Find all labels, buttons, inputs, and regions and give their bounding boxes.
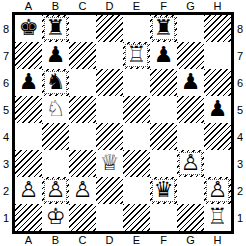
square-a3[interactable]	[15, 150, 42, 177]
square-b7[interactable]: ♟	[42, 42, 69, 69]
square-b4[interactable]	[42, 123, 69, 150]
square-h3[interactable]	[204, 150, 231, 177]
square-g6[interactable]: ♟	[177, 69, 204, 96]
rank-label: 7	[0, 42, 12, 69]
white-pawn-g3[interactable]: ♙	[179, 152, 202, 175]
square-d5[interactable]	[96, 96, 123, 123]
square-a1[interactable]	[15, 204, 42, 231]
file-label: F	[150, 234, 177, 246]
file-label: H	[204, 0, 231, 12]
rank-label: 5	[234, 96, 246, 123]
white-knight-b5[interactable]: ♘	[44, 98, 67, 121]
square-h7[interactable]	[204, 42, 231, 69]
square-b1[interactable]: ♔	[42, 204, 69, 231]
square-a8[interactable]: ♚	[15, 15, 42, 42]
file-labels-top: ABCDEFGH	[12, 0, 234, 12]
file-label: B	[42, 0, 69, 12]
black-pawn-h5[interactable]: ♟	[206, 98, 229, 121]
square-e4[interactable]	[123, 123, 150, 150]
black-pawn-b7[interactable]: ♟	[44, 44, 67, 67]
piece-glyph: ♕	[100, 152, 120, 174]
square-g3[interactable]: ♙	[177, 150, 204, 177]
square-c6[interactable]	[69, 69, 96, 96]
black-knight-b6[interactable]: ♞	[44, 71, 67, 94]
file-label: D	[96, 0, 123, 12]
square-e3[interactable]	[123, 150, 150, 177]
file-label: C	[69, 0, 96, 12]
white-pawn-c2[interactable]: ♙	[71, 179, 94, 202]
rank-label: 8	[234, 15, 246, 42]
black-queen-f2[interactable]: ♛	[152, 179, 175, 202]
square-e5[interactable]	[123, 96, 150, 123]
white-rook-h1[interactable]: ♖	[206, 206, 229, 229]
piece-glyph: ♘	[46, 98, 66, 120]
square-d4[interactable]	[96, 123, 123, 150]
piece-glyph: ♖	[208, 206, 228, 228]
square-h5[interactable]: ♟	[204, 96, 231, 123]
square-g7[interactable]	[177, 42, 204, 69]
piece-glyph: ♛	[154, 179, 174, 201]
chess-board: ♚♜♜♟♖♟♟♞♟♘♟♕♙♙♙♙♛♙♔♖	[12, 12, 234, 234]
square-c7[interactable]	[69, 42, 96, 69]
piece-glyph: ♜	[154, 17, 174, 39]
rank-label: 1	[0, 204, 12, 231]
rank-label: 2	[0, 177, 12, 204]
square-h6[interactable]	[204, 69, 231, 96]
square-d7[interactable]	[96, 42, 123, 69]
square-b3[interactable]	[42, 150, 69, 177]
square-f4[interactable]	[150, 123, 177, 150]
black-rook-b8[interactable]: ♜	[44, 17, 67, 40]
black-king-a8[interactable]: ♚	[17, 17, 40, 40]
piece-glyph: ♙	[46, 179, 66, 201]
square-c3[interactable]	[69, 150, 96, 177]
square-d8[interactable]	[96, 15, 123, 42]
square-c2[interactable]: ♙	[69, 177, 96, 204]
file-label: A	[15, 0, 42, 12]
square-e6[interactable]	[123, 69, 150, 96]
white-queen-d3[interactable]: ♕	[98, 152, 121, 175]
rank-label: 3	[234, 150, 246, 177]
square-e8[interactable]	[123, 15, 150, 42]
square-c1[interactable]	[69, 204, 96, 231]
square-a7[interactable]	[15, 42, 42, 69]
square-f3[interactable]	[150, 150, 177, 177]
square-c5[interactable]	[69, 96, 96, 123]
square-e7[interactable]: ♖	[123, 42, 150, 69]
rank-label: 7	[234, 42, 246, 69]
black-pawn-f7[interactable]: ♟	[152, 44, 175, 67]
square-a2[interactable]: ♙	[15, 177, 42, 204]
square-b5[interactable]: ♘	[42, 96, 69, 123]
square-d6[interactable]	[96, 69, 123, 96]
piece-glyph: ♟	[181, 71, 201, 93]
square-g5[interactable]	[177, 96, 204, 123]
piece-glyph: ♙	[73, 179, 93, 201]
square-f8[interactable]: ♜	[150, 15, 177, 42]
rank-labels-right: 87654321	[234, 12, 246, 234]
piece-glyph: ♙	[181, 152, 201, 174]
piece-glyph: ♟	[19, 71, 39, 93]
file-label: C	[69, 234, 96, 246]
square-g4[interactable]	[177, 123, 204, 150]
piece-glyph: ♙	[208, 179, 228, 201]
square-c4[interactable]	[69, 123, 96, 150]
rank-label: 5	[0, 96, 12, 123]
file-label: E	[123, 234, 150, 246]
square-b8[interactable]: ♜	[42, 15, 69, 42]
rank-label: 4	[0, 123, 12, 150]
square-d2[interactable]	[96, 177, 123, 204]
square-d1[interactable]	[96, 204, 123, 231]
square-e1[interactable]	[123, 204, 150, 231]
piece-glyph: ♟	[154, 44, 174, 66]
square-a6[interactable]: ♟	[15, 69, 42, 96]
piece-glyph: ♞	[46, 71, 66, 93]
white-pawn-a2[interactable]: ♙	[17, 179, 40, 202]
black-pawn-a6[interactable]: ♟	[17, 71, 40, 94]
square-b6[interactable]: ♞	[42, 69, 69, 96]
square-e2[interactable]	[123, 177, 150, 204]
file-label: B	[42, 234, 69, 246]
rank-label: 6	[234, 69, 246, 96]
white-king-b1[interactable]: ♔	[44, 206, 67, 229]
square-g8[interactable]	[177, 15, 204, 42]
piece-glyph: ♟	[208, 98, 228, 120]
file-label: F	[150, 0, 177, 12]
piece-glyph: ♖	[127, 44, 147, 66]
piece-glyph: ♜	[46, 17, 66, 39]
file-label: H	[204, 234, 231, 246]
white-pawn-b2[interactable]: ♙	[44, 179, 67, 202]
square-c8[interactable]	[69, 15, 96, 42]
square-h1[interactable]: ♖	[204, 204, 231, 231]
white-pawn-h2[interactable]: ♙	[206, 179, 229, 202]
rank-label: 8	[0, 15, 12, 42]
rank-label: 4	[234, 123, 246, 150]
black-pawn-g6[interactable]: ♟	[179, 71, 202, 94]
rank-label: 3	[0, 150, 12, 177]
square-a5[interactable]	[15, 96, 42, 123]
file-label: A	[15, 234, 42, 246]
rank-labels-left: 87654321	[0, 12, 12, 234]
square-f1[interactable]	[150, 204, 177, 231]
square-g1[interactable]	[177, 204, 204, 231]
rank-label: 6	[0, 69, 12, 96]
file-label: G	[177, 0, 204, 12]
piece-glyph: ♟	[46, 44, 66, 66]
file-label: G	[177, 234, 204, 246]
square-h4[interactable]	[204, 123, 231, 150]
square-a4[interactable]	[15, 123, 42, 150]
file-label: D	[96, 234, 123, 246]
square-d3[interactable]: ♕	[96, 150, 123, 177]
square-h2[interactable]: ♙	[204, 177, 231, 204]
rank-label: 1	[234, 204, 246, 231]
square-f6[interactable]	[150, 69, 177, 96]
square-b2[interactable]: ♙	[42, 177, 69, 204]
square-h8[interactable]	[204, 15, 231, 42]
piece-glyph: ♙	[19, 179, 39, 201]
white-rook-e7[interactable]: ♖	[125, 44, 148, 67]
square-f7[interactable]: ♟	[150, 42, 177, 69]
piece-glyph: ♔	[46, 206, 66, 228]
square-f2[interactable]: ♛	[150, 177, 177, 204]
file-label: E	[123, 0, 150, 12]
square-f5[interactable]	[150, 96, 177, 123]
piece-glyph: ♚	[19, 17, 39, 39]
rank-label: 2	[234, 177, 246, 204]
black-rook-f8[interactable]: ♜	[152, 17, 175, 40]
file-labels-bottom: ABCDEFGH	[12, 234, 234, 246]
chess-diagram: ABCDEFGH 87654321 ♚♜♜♟♖♟♟♞♟♘♟♕♙♙♙♙♛♙♔♖ 8…	[0, 0, 246, 246]
square-g2[interactable]	[177, 177, 204, 204]
